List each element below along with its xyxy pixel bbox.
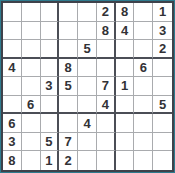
cell-r3c1-empty[interactable] — [3, 40, 22, 59]
cell-r6c1-empty[interactable] — [3, 96, 22, 115]
cell-r2c1-empty[interactable] — [3, 22, 22, 41]
cell-r8c3-given[interactable]: 5 — [41, 133, 60, 152]
cell-r6c5-empty[interactable] — [78, 96, 97, 115]
cell-r2c3-empty[interactable] — [41, 22, 60, 41]
cell-r7c2-empty[interactable] — [22, 114, 41, 133]
cell-r5c4-given[interactable]: 5 — [59, 77, 78, 96]
cell-r9c6-empty[interactable] — [97, 151, 116, 170]
cell-r4c2-empty[interactable] — [22, 59, 41, 78]
cell-r4c3-empty[interactable] — [41, 59, 60, 78]
cell-r1c1-empty[interactable] — [3, 3, 22, 22]
cell-r3c5-given[interactable]: 5 — [78, 40, 97, 59]
cell-r6c2-given[interactable]: 6 — [22, 96, 41, 115]
cell-r6c7-empty[interactable] — [116, 96, 135, 115]
cell-r9c9-empty[interactable] — [153, 151, 172, 170]
cell-r8c2-empty[interactable] — [22, 133, 41, 152]
cell-r5c7-given[interactable]: 1 — [116, 77, 135, 96]
cell-r9c7-empty[interactable] — [116, 151, 135, 170]
cell-r4c5-empty[interactable] — [78, 59, 97, 78]
cell-r9c3-given[interactable]: 1 — [41, 151, 60, 170]
cell-r2c5-empty[interactable] — [78, 22, 97, 41]
cell-r5c9-empty[interactable] — [153, 77, 172, 96]
cell-r1c8-empty[interactable] — [134, 3, 153, 22]
cell-r8c5-empty[interactable] — [78, 133, 97, 152]
cell-r2c9-given[interactable]: 3 — [153, 22, 172, 41]
cell-r4c4-given[interactable]: 8 — [59, 59, 78, 78]
cell-r2c6-given[interactable]: 8 — [97, 22, 116, 41]
cell-r2c4-empty[interactable] — [59, 22, 78, 41]
cell-r4c6-empty[interactable] — [97, 59, 116, 78]
cell-r9c4-given[interactable]: 2 — [59, 151, 78, 170]
cell-r7c7-empty[interactable] — [116, 114, 135, 133]
cell-r3c9-given[interactable]: 2 — [153, 40, 172, 59]
cell-r5c6-given[interactable]: 7 — [97, 77, 116, 96]
cell-r7c9-empty[interactable] — [153, 114, 172, 133]
cell-r7c3-empty[interactable] — [41, 114, 60, 133]
cell-r5c2-empty[interactable] — [22, 77, 41, 96]
cell-r5c1-empty[interactable] — [3, 77, 22, 96]
cell-r7c1-given[interactable]: 6 — [3, 114, 22, 133]
cell-r8c7-empty[interactable] — [116, 133, 135, 152]
cell-r7c4-empty[interactable] — [59, 114, 78, 133]
cell-r1c5-empty[interactable] — [78, 3, 97, 22]
cell-r3c7-empty[interactable] — [116, 40, 135, 59]
cell-r5c5-empty[interactable] — [78, 77, 97, 96]
cell-r7c8-empty[interactable] — [134, 114, 153, 133]
cell-r6c4-empty[interactable] — [59, 96, 78, 115]
cell-r4c7-empty[interactable] — [116, 59, 135, 78]
cell-r2c2-empty[interactable] — [22, 22, 41, 41]
cell-r1c2-empty[interactable] — [22, 3, 41, 22]
cell-r9c8-empty[interactable] — [134, 151, 153, 170]
cell-r9c5-empty[interactable] — [78, 151, 97, 170]
cell-r6c8-empty[interactable] — [134, 96, 153, 115]
cell-r4c1-given[interactable]: 4 — [3, 59, 22, 78]
cell-r7c5-given[interactable]: 4 — [78, 114, 97, 133]
cell-r6c9-given[interactable]: 5 — [153, 96, 172, 115]
cell-r4c8-given[interactable]: 6 — [134, 59, 153, 78]
cell-r3c2-empty[interactable] — [22, 40, 41, 59]
cell-r1c9-given[interactable]: 1 — [153, 3, 172, 22]
cell-r1c3-empty[interactable] — [41, 3, 60, 22]
cell-r8c6-empty[interactable] — [97, 133, 116, 152]
cell-r1c7-given[interactable]: 8 — [116, 3, 135, 22]
cell-r7c6-empty[interactable] — [97, 114, 116, 133]
cell-r5c8-empty[interactable] — [134, 77, 153, 96]
cell-r6c3-empty[interactable] — [41, 96, 60, 115]
cell-r6c6-given[interactable]: 4 — [97, 96, 116, 115]
cell-r2c7-given[interactable]: 4 — [116, 22, 135, 41]
cell-r8c1-given[interactable]: 3 — [3, 133, 22, 152]
cell-r3c8-empty[interactable] — [134, 40, 153, 59]
cell-r5c3-given[interactable]: 3 — [41, 77, 60, 96]
sudoku-board: 28184352486357164564357812 — [1, 1, 174, 172]
cell-r8c8-empty[interactable] — [134, 133, 153, 152]
cell-r3c4-empty[interactable] — [59, 40, 78, 59]
cell-r1c4-empty[interactable] — [59, 3, 78, 22]
cell-r8c4-given[interactable]: 7 — [59, 133, 78, 152]
cell-r3c3-empty[interactable] — [41, 40, 60, 59]
cell-r8c9-empty[interactable] — [153, 133, 172, 152]
cell-r2c8-empty[interactable] — [134, 22, 153, 41]
cell-r1c6-given[interactable]: 2 — [97, 3, 116, 22]
cell-r4c9-empty[interactable] — [153, 59, 172, 78]
cell-r9c1-given[interactable]: 8 — [3, 151, 22, 170]
cell-r9c2-empty[interactable] — [22, 151, 41, 170]
cell-r3c6-empty[interactable] — [97, 40, 116, 59]
